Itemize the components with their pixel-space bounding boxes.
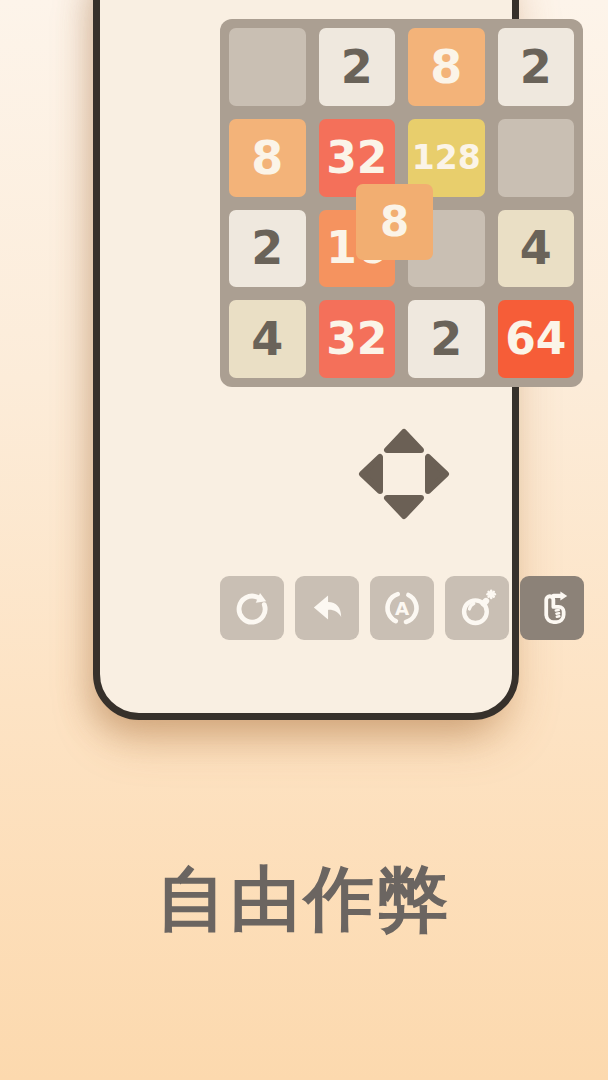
toolbar: A	[220, 576, 584, 640]
undo-button[interactable]	[295, 576, 359, 640]
dpad-down-button[interactable]	[387, 498, 421, 516]
undo-icon	[306, 587, 348, 629]
svg-text:A: A	[395, 598, 410, 619]
caption-text: 自由作弊	[0, 864, 608, 934]
tile-2: 2	[408, 300, 485, 378]
auto-play-button[interactable]: A	[370, 576, 434, 640]
bomb-icon	[456, 587, 498, 629]
tile-4: 4	[229, 300, 306, 378]
screenshot-stage: 2828321282164432264 8	[0, 0, 608, 1080]
empty-cell	[498, 119, 575, 197]
tile-8: 8	[408, 28, 485, 106]
restart-button[interactable]	[220, 576, 284, 640]
tile-64: 64	[498, 300, 575, 378]
empty-cell	[229, 28, 306, 106]
dpad-up-button[interactable]	[387, 432, 421, 450]
restart-icon	[231, 587, 273, 629]
tile-2: 2	[229, 210, 306, 288]
dpad-left-button[interactable]	[362, 457, 380, 491]
dpad	[358, 428, 450, 520]
dpad-right-button[interactable]	[428, 457, 446, 491]
swipe-move-icon	[531, 587, 573, 629]
tile-8: 8	[229, 119, 306, 197]
tile-4: 4	[498, 210, 575, 288]
bomb-button[interactable]	[445, 576, 509, 640]
auto-icon: A	[381, 587, 423, 629]
moving-tile-8: 8	[356, 184, 433, 260]
tile-32: 32	[319, 300, 396, 378]
tile-2: 2	[319, 28, 396, 106]
swipe-move-button[interactable]	[520, 576, 584, 640]
tile-2: 2	[498, 28, 575, 106]
phone-frame: 2828321282164432264 8	[93, 0, 519, 720]
